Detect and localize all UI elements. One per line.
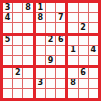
cell-r7c4[interactable] bbox=[36, 68, 45, 77]
cell-r3c9[interactable] bbox=[89, 23, 98, 32]
cell-r5c9[interactable]: 4 bbox=[89, 46, 98, 55]
cell-r4c4[interactable] bbox=[36, 36, 45, 45]
cell-r8c3[interactable] bbox=[23, 79, 32, 88]
cell-r9c1[interactable] bbox=[3, 89, 12, 98]
cell-r7c9[interactable] bbox=[89, 68, 98, 77]
cell-r1c8[interactable] bbox=[79, 3, 88, 12]
cell-r2c8[interactable] bbox=[79, 13, 88, 22]
sudoku-box-6: 14 bbox=[68, 36, 98, 66]
cell-r3c1[interactable] bbox=[3, 23, 12, 32]
cell-r2c4[interactable]: 8 bbox=[36, 13, 45, 22]
cell-r1c3[interactable]: 8 bbox=[23, 3, 32, 12]
cell-r1c7[interactable] bbox=[68, 3, 77, 12]
cell-r9c5[interactable] bbox=[46, 89, 55, 98]
cell-r1c5[interactable] bbox=[46, 3, 55, 12]
cell-r2c3[interactable] bbox=[23, 13, 32, 22]
cell-r4c5[interactable]: 2 bbox=[46, 36, 55, 45]
sudoku-box-2: 187 bbox=[36, 3, 66, 33]
cell-r3c8[interactable]: 2 bbox=[79, 23, 88, 32]
cell-r4c7[interactable] bbox=[68, 36, 77, 45]
cell-r2c6[interactable]: 7 bbox=[56, 13, 65, 22]
cell-r6c6[interactable] bbox=[56, 56, 65, 65]
cell-r8c8[interactable] bbox=[79, 79, 88, 88]
cell-r6c2[interactable] bbox=[13, 56, 22, 65]
cell-r4c3[interactable] bbox=[23, 36, 32, 45]
sudoku-box-5: 269 bbox=[36, 36, 66, 66]
cell-r3c6[interactable] bbox=[56, 23, 65, 32]
cell-r8c4[interactable]: 3 bbox=[36, 79, 45, 88]
cell-r3c5[interactable] bbox=[46, 23, 55, 32]
cell-r8c9[interactable] bbox=[89, 79, 98, 88]
cell-r2c7[interactable] bbox=[68, 13, 77, 22]
sudoku-box-9: 68 bbox=[68, 68, 98, 98]
sudoku-box-3: 2 bbox=[68, 3, 98, 33]
cell-r2c5[interactable] bbox=[46, 13, 55, 22]
cell-r8c5[interactable] bbox=[46, 79, 55, 88]
cell-r5c4[interactable] bbox=[36, 46, 45, 55]
cell-r7c5[interactable] bbox=[46, 68, 55, 77]
cell-r8c1[interactable] bbox=[3, 79, 12, 88]
sudoku-box-7: 2 bbox=[3, 68, 33, 98]
cell-r6c5[interactable]: 9 bbox=[46, 56, 55, 65]
cell-r5c5[interactable] bbox=[46, 46, 55, 55]
cell-r9c4[interactable] bbox=[36, 89, 45, 98]
cell-r6c3[interactable] bbox=[23, 56, 32, 65]
cell-r3c4[interactable] bbox=[36, 23, 45, 32]
cell-r9c2[interactable] bbox=[13, 89, 22, 98]
cell-r7c2[interactable]: 2 bbox=[13, 68, 22, 77]
cell-r7c3[interactable] bbox=[23, 68, 32, 77]
cell-r3c7[interactable] bbox=[68, 23, 77, 32]
cell-r9c3[interactable] bbox=[23, 89, 32, 98]
cell-r2c2[interactable] bbox=[13, 13, 22, 22]
cell-r4c8[interactable] bbox=[79, 36, 88, 45]
cell-r2c9[interactable] bbox=[89, 13, 98, 22]
cell-r8c7[interactable]: 8 bbox=[68, 79, 77, 88]
cell-r2c1[interactable]: 4 bbox=[3, 13, 12, 22]
cell-r4c1[interactable]: 5 bbox=[3, 36, 12, 45]
cell-r4c9[interactable] bbox=[89, 36, 98, 45]
cell-r6c9[interactable] bbox=[89, 56, 98, 65]
cell-r6c1[interactable] bbox=[3, 56, 12, 65]
cell-r6c8[interactable] bbox=[79, 56, 88, 65]
cell-r4c2[interactable] bbox=[13, 36, 22, 45]
cell-r1c6[interactable] bbox=[56, 3, 65, 12]
cell-r3c3[interactable] bbox=[23, 23, 32, 32]
cell-r5c7[interactable]: 1 bbox=[68, 46, 77, 55]
cell-r9c9[interactable] bbox=[89, 89, 98, 98]
cell-r5c8[interactable] bbox=[79, 46, 88, 55]
cell-r1c4[interactable]: 1 bbox=[36, 3, 45, 12]
cell-r9c7[interactable] bbox=[68, 89, 77, 98]
cell-r5c3[interactable] bbox=[23, 46, 32, 55]
cell-r7c1[interactable] bbox=[3, 68, 12, 77]
sudoku-box-8: 3 bbox=[36, 68, 66, 98]
sudoku-box-1: 384 bbox=[3, 3, 33, 33]
sudoku-box-4: 5 bbox=[3, 36, 33, 66]
cell-r9c8[interactable] bbox=[79, 89, 88, 98]
cell-r7c7[interactable] bbox=[68, 68, 77, 77]
cell-r8c2[interactable] bbox=[13, 79, 22, 88]
cell-r1c9[interactable] bbox=[89, 3, 98, 12]
cell-r3c2[interactable] bbox=[13, 23, 22, 32]
cell-r9c6[interactable] bbox=[56, 89, 65, 98]
sudoku-board: 38418725269142368 bbox=[0, 0, 101, 101]
cell-r5c2[interactable] bbox=[13, 46, 22, 55]
cell-r4c6[interactable]: 6 bbox=[56, 36, 65, 45]
cell-r5c1[interactable] bbox=[3, 46, 12, 55]
cell-r6c7[interactable] bbox=[68, 56, 77, 65]
cell-r7c8[interactable]: 6 bbox=[79, 68, 88, 77]
cell-r7c6[interactable] bbox=[56, 68, 65, 77]
cell-r5c6[interactable] bbox=[56, 46, 65, 55]
cell-r8c6[interactable] bbox=[56, 79, 65, 88]
cell-r1c1[interactable]: 3 bbox=[3, 3, 12, 12]
cell-r1c2[interactable] bbox=[13, 3, 22, 12]
cell-r6c4[interactable] bbox=[36, 56, 45, 65]
